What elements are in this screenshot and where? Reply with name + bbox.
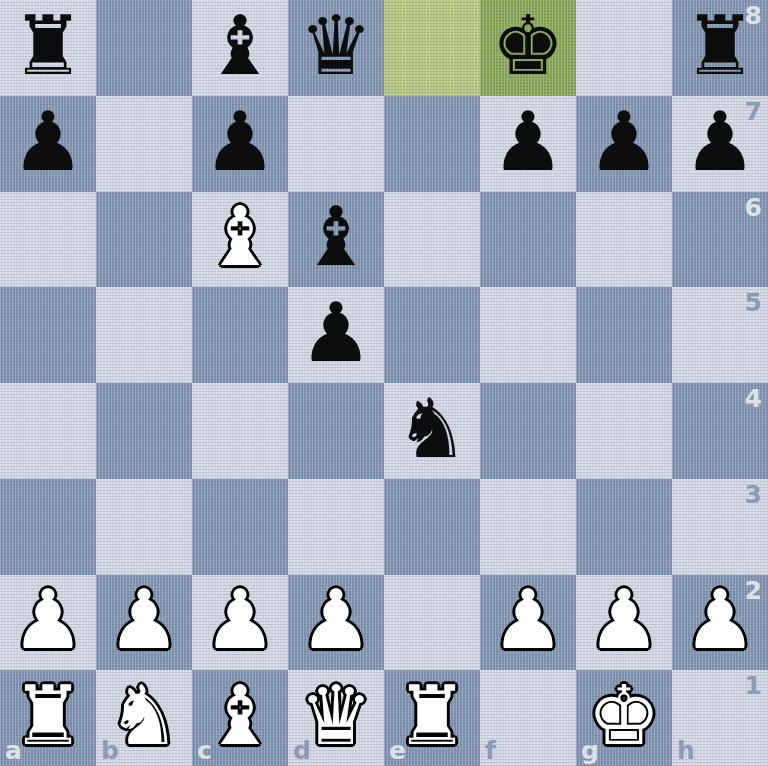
white-pawn[interactable]: ♟ (587, 579, 661, 661)
square-a4[interactable] (0, 383, 96, 479)
square-a6[interactable] (0, 192, 96, 288)
square-c7[interactable]: ♟ (192, 96, 288, 192)
black-queen[interactable]: ♛ (299, 5, 373, 87)
rank-label-3: 3 (745, 480, 762, 509)
file-label-c: c (197, 736, 212, 765)
square-h6[interactable]: 6 (672, 192, 768, 288)
square-h1[interactable]: 1h (672, 670, 768, 766)
square-a7[interactable]: ♟ (0, 96, 96, 192)
black-pawn[interactable]: ♟ (299, 292, 373, 374)
square-h4[interactable]: 4 (672, 383, 768, 479)
white-pawn[interactable]: ♟ (203, 579, 277, 661)
black-king[interactable]: ♚ (491, 5, 565, 87)
square-c4[interactable] (192, 383, 288, 479)
white-bishop[interactable]: ♝ (203, 196, 277, 278)
file-label-f: f (485, 736, 496, 765)
square-e3[interactable] (384, 479, 480, 575)
rank-label-8: 8 (745, 1, 762, 30)
square-f3[interactable] (480, 479, 576, 575)
square-g1[interactable]: ♚g (576, 670, 672, 766)
square-f1[interactable]: f (480, 670, 576, 766)
square-h2[interactable]: ♟2 (672, 575, 768, 671)
square-b1[interactable]: ♞b (96, 670, 192, 766)
square-c2[interactable]: ♟ (192, 575, 288, 671)
square-f8[interactable]: ♚ (480, 0, 576, 96)
square-c1[interactable]: ♝c (192, 670, 288, 766)
white-bishop[interactable]: ♝ (203, 675, 277, 757)
file-label-e: e (389, 736, 406, 765)
square-c8[interactable]: ♝ (192, 0, 288, 96)
square-a5[interactable] (0, 287, 96, 383)
square-f4[interactable] (480, 383, 576, 479)
square-e2[interactable] (384, 575, 480, 671)
square-b3[interactable] (96, 479, 192, 575)
black-knight[interactable]: ♞ (395, 388, 469, 470)
square-a1[interactable]: ♜a (0, 670, 96, 766)
square-b4[interactable] (96, 383, 192, 479)
square-d7[interactable] (288, 96, 384, 192)
black-rook[interactable]: ♜ (11, 5, 85, 87)
square-g5[interactable] (576, 287, 672, 383)
square-e8[interactable] (384, 0, 480, 96)
square-b2[interactable]: ♟ (96, 575, 192, 671)
square-e4[interactable]: ♞ (384, 383, 480, 479)
file-label-d: d (293, 736, 311, 765)
square-d3[interactable] (288, 479, 384, 575)
rank-label-5: 5 (745, 288, 762, 317)
square-c5[interactable] (192, 287, 288, 383)
white-pawn[interactable]: ♟ (491, 579, 565, 661)
square-b8[interactable] (96, 0, 192, 96)
square-a2[interactable]: ♟ (0, 575, 96, 671)
square-g2[interactable]: ♟ (576, 575, 672, 671)
white-pawn[interactable]: ♟ (107, 579, 181, 661)
square-h8[interactable]: ♜8 (672, 0, 768, 96)
square-c3[interactable] (192, 479, 288, 575)
square-e5[interactable] (384, 287, 480, 383)
square-d8[interactable]: ♛ (288, 0, 384, 96)
black-pawn[interactable]: ♟ (203, 101, 277, 183)
file-label-h: h (677, 736, 695, 765)
square-g4[interactable] (576, 383, 672, 479)
white-rook[interactable]: ♜ (395, 675, 469, 757)
file-label-a: a (5, 736, 22, 765)
rank-label-2: 2 (745, 576, 762, 605)
black-pawn[interactable]: ♟ (491, 101, 565, 183)
white-rook[interactable]: ♜ (11, 675, 85, 757)
square-d4[interactable] (288, 383, 384, 479)
black-pawn[interactable]: ♟ (587, 101, 661, 183)
square-e6[interactable] (384, 192, 480, 288)
square-g8[interactable] (576, 0, 672, 96)
square-b6[interactable] (96, 192, 192, 288)
white-pawn[interactable]: ♟ (11, 579, 85, 661)
square-h5[interactable]: 5 (672, 287, 768, 383)
rank-label-7: 7 (745, 97, 762, 126)
black-pawn[interactable]: ♟ (11, 101, 85, 183)
square-f6[interactable] (480, 192, 576, 288)
square-c6[interactable]: ♝ (192, 192, 288, 288)
rank-label-1: 1 (745, 671, 762, 700)
square-f7[interactable]: ♟ (480, 96, 576, 192)
square-f5[interactable] (480, 287, 576, 383)
white-pawn[interactable]: ♟ (299, 579, 373, 661)
square-g6[interactable] (576, 192, 672, 288)
chess-board: ♜♝♛♚♜8♟♟♟♟♟7♝♝6♟5♞43♟♟♟♟♟♟♟2♜a♞b♝c♛d♜ef♚… (0, 0, 768, 766)
square-g7[interactable]: ♟ (576, 96, 672, 192)
black-bishop[interactable]: ♝ (203, 5, 277, 87)
square-d2[interactable]: ♟ (288, 575, 384, 671)
square-h3[interactable]: 3 (672, 479, 768, 575)
black-bishop[interactable]: ♝ (299, 196, 373, 278)
square-d1[interactable]: ♛d (288, 670, 384, 766)
square-d5[interactable]: ♟ (288, 287, 384, 383)
square-b7[interactable] (96, 96, 192, 192)
square-e7[interactable] (384, 96, 480, 192)
square-b5[interactable] (96, 287, 192, 383)
square-d6[interactable]: ♝ (288, 192, 384, 288)
square-a8[interactable]: ♜ (0, 0, 96, 96)
square-f2[interactable]: ♟ (480, 575, 576, 671)
rank-label-6: 6 (745, 193, 762, 222)
square-e1[interactable]: ♜e (384, 670, 480, 766)
file-label-b: b (101, 736, 119, 765)
square-h7[interactable]: ♟7 (672, 96, 768, 192)
rank-label-4: 4 (745, 384, 762, 413)
square-a3[interactable] (0, 479, 96, 575)
square-g3[interactable] (576, 479, 672, 575)
file-label-g: g (581, 736, 599, 765)
